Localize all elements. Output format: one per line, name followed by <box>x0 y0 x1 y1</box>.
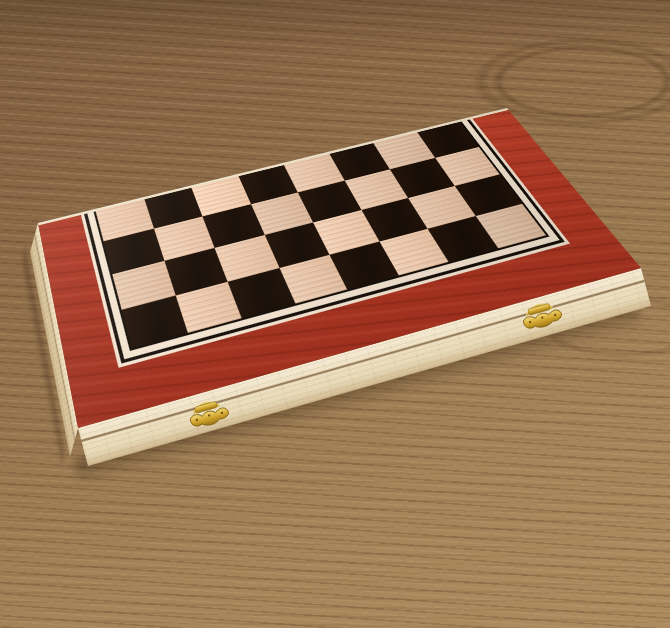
photo-stage <box>0 0 670 628</box>
